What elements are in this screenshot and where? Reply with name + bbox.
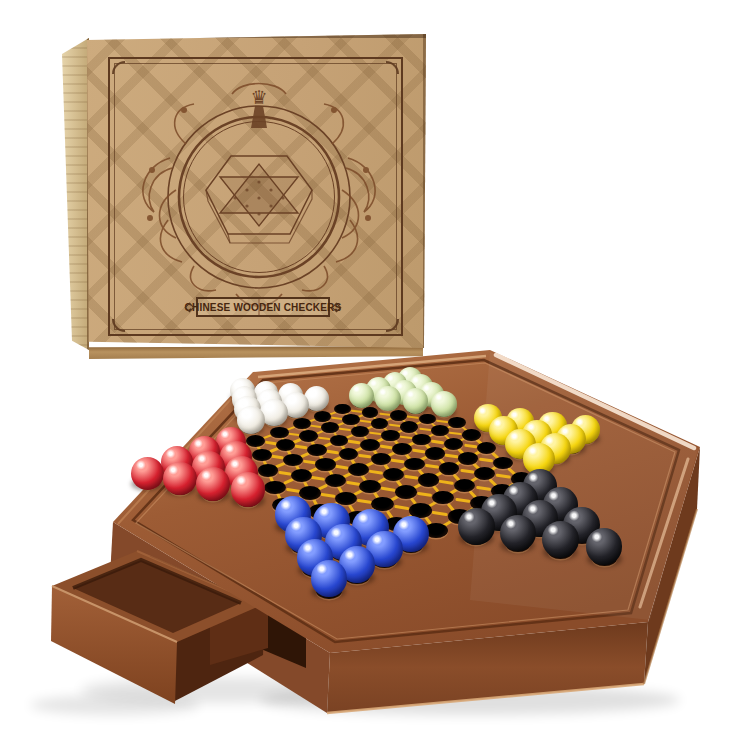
box-title: CHINESE WOODEN CHECKERS — [185, 302, 342, 313]
corner-flourish-icon — [112, 319, 125, 332]
box-lid-face: ♛ — [86, 34, 426, 348]
crown-icon: ♛ — [250, 86, 267, 108]
title-banner: CHINESE WOODEN CHECKERS — [196, 297, 330, 317]
emblem: ♛ — [124, 70, 394, 320]
corner-flourish-icon — [386, 319, 399, 332]
product-photo-scene: ♛ — [0, 0, 750, 750]
emblem-star-icon — [220, 164, 298, 226]
